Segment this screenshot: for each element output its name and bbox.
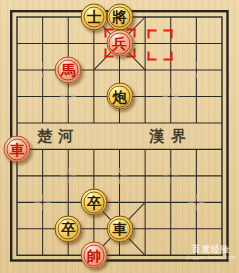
red-horse[interactable]: 馬	[55, 56, 82, 83]
black-general[interactable]: 將	[106, 4, 133, 31]
black-advisor[interactable]: 士	[80, 4, 107, 31]
red-soldier[interactable]: 兵	[106, 30, 133, 57]
app-background: 楚河 漢界 士將兵馬炮車卒卒車帥 ∴ 百度经验 jingyan.baidu.co…	[0, 0, 239, 273]
piece-glyph: 卒	[61, 222, 76, 237]
black-soldier[interactable]: 卒	[80, 189, 107, 216]
piece-glyph: 車	[10, 142, 25, 157]
piece-glyph: 卒	[87, 195, 102, 210]
piece-glyph: 將	[112, 10, 127, 25]
piece-glyph: 帥	[87, 248, 102, 263]
piece-glyph: 士	[87, 10, 102, 25]
piece-glyph: 車	[112, 222, 127, 237]
black-cannon[interactable]: 炮	[106, 83, 133, 110]
black-chariot[interactable]: 車	[106, 215, 133, 242]
black-soldier[interactable]: 卒	[55, 215, 82, 242]
river-label-left: 楚河	[37, 127, 79, 145]
piece-glyph: 兵	[112, 36, 127, 51]
river-label-right: 漢界	[149, 127, 193, 145]
piece-glyph: 炮	[112, 89, 127, 104]
red-general[interactable]: 帥	[80, 242, 107, 269]
piece-glyph: 馬	[61, 63, 76, 78]
red-chariot[interactable]: 車	[4, 136, 31, 163]
